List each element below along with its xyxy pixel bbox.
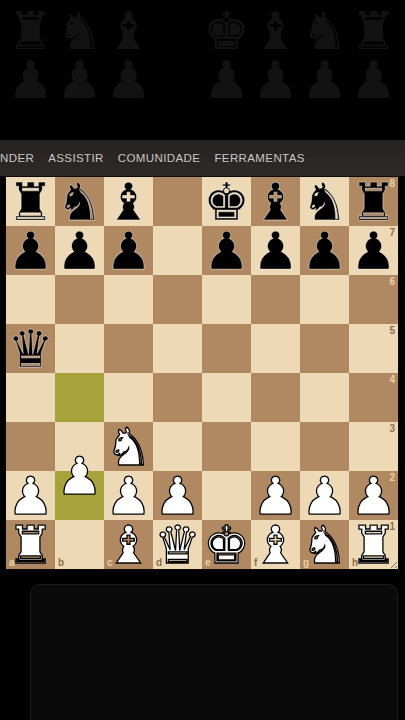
rank-label: 4 <box>389 374 395 385</box>
ghost-cell: ♜ <box>349 6 398 55</box>
ghost-cell: ♟ <box>202 55 251 104</box>
ghost-cell: ♚ <box>202 6 251 55</box>
ghost-cell: ♟ <box>104 55 153 104</box>
square-c6[interactable] <box>104 275 153 324</box>
nav-item-ferramentas[interactable]: FERRAMENTAS <box>214 152 304 164</box>
rank-label: 8 <box>389 178 395 189</box>
piece-white-pawn[interactable]: ♟ <box>300 471 349 520</box>
piece-black-pawn[interactable]: ♟ <box>55 226 104 275</box>
ghost-piece-bishop: ♝ <box>252 5 299 57</box>
rank-label: 3 <box>389 423 395 434</box>
square-e2[interactable] <box>202 471 251 520</box>
ghost-piece-king: ♚ <box>203 5 250 57</box>
square-d7[interactable] <box>153 226 202 275</box>
square-b4[interactable] <box>55 373 104 422</box>
square-h2[interactable]: ♟2 <box>349 471 398 520</box>
piece-white-knight[interactable]: ♞ <box>104 422 153 471</box>
square-d3[interactable] <box>153 422 202 471</box>
piece-black-pawn[interactable]: ♟ <box>6 226 55 275</box>
ghost-cell: ♞ <box>55 6 104 55</box>
ghost-cell: ♟ <box>55 55 104 104</box>
rank-label: 1 <box>389 521 395 532</box>
square-a3[interactable] <box>6 422 55 471</box>
square-b8[interactable]: ♞ <box>55 177 104 226</box>
square-e4[interactable] <box>202 373 251 422</box>
ghost-piece-pawn: ♟ <box>56 54 103 106</box>
nav-item-assistir[interactable]: ASSISTIR <box>48 152 104 164</box>
square-f4[interactable] <box>251 373 300 422</box>
square-d6[interactable] <box>153 275 202 324</box>
ghost-piece-knight: ♞ <box>301 5 348 57</box>
ghost-cell: ♟ <box>6 55 55 104</box>
square-g2[interactable]: ♟ <box>300 471 349 520</box>
square-c3[interactable]: ♞ <box>104 422 153 471</box>
ghost-cell: ♝ <box>251 6 300 55</box>
rank-label: 2 <box>389 472 395 483</box>
square-d1[interactable]: ♛d <box>153 520 202 569</box>
piece-black-pawn[interactable]: ♟ <box>202 226 251 275</box>
ghost-piece-pawn: ♟ <box>105 54 152 106</box>
square-b1[interactable]: b <box>55 520 104 569</box>
square-h6[interactable]: 6 <box>349 275 398 324</box>
square-d5[interactable] <box>153 324 202 373</box>
square-f5[interactable] <box>251 324 300 373</box>
square-c8[interactable]: ♝ <box>104 177 153 226</box>
square-d4[interactable] <box>153 373 202 422</box>
square-a1[interactable]: ♜a <box>6 520 55 569</box>
square-e8[interactable]: ♚ <box>202 177 251 226</box>
square-c4[interactable] <box>104 373 153 422</box>
file-label: c <box>107 557 113 568</box>
nav-item-nder[interactable]: NDER <box>0 152 34 164</box>
ghost-cell <box>153 6 202 55</box>
square-b7[interactable]: ♟ <box>55 226 104 275</box>
ghost-piece-pawn: ♟ <box>350 54 397 106</box>
ghost-piece-pawn: ♟ <box>252 54 299 106</box>
square-a8[interactable]: ♜ <box>6 177 55 226</box>
square-h7[interactable]: ♟7 <box>349 226 398 275</box>
rank-label: 7 <box>389 227 395 238</box>
square-g3[interactable] <box>300 422 349 471</box>
ghost-cell: ♝ <box>104 6 153 55</box>
square-b2[interactable]: ♟ <box>55 471 104 520</box>
file-label: g <box>303 557 309 568</box>
square-a2[interactable]: ♟ <box>6 471 55 520</box>
ghost-cell <box>153 55 202 104</box>
square-a6[interactable] <box>6 275 55 324</box>
piece-black-king[interactable]: ♚ <box>202 177 251 226</box>
piece-white-pawn[interactable]: ♟ <box>104 471 153 520</box>
rank-label: 6 <box>389 276 395 287</box>
piece-black-queen[interactable]: ♛ <box>6 324 55 373</box>
square-f7[interactable]: ♟ <box>251 226 300 275</box>
square-a5[interactable]: ♛ <box>6 324 55 373</box>
ghost-piece-rook: ♜ <box>350 5 397 57</box>
square-g1[interactable]: ♞g <box>300 520 349 569</box>
file-label: f <box>254 557 257 568</box>
file-label: b <box>58 557 64 568</box>
piece-black-bishop[interactable]: ♝ <box>104 177 153 226</box>
piece-white-pawn[interactable]: ♟ <box>55 451 104 500</box>
square-a7[interactable]: ♟ <box>6 226 55 275</box>
square-b5[interactable] <box>55 324 104 373</box>
square-h8[interactable]: ♜8 <box>349 177 398 226</box>
square-h3[interactable]: 3 <box>349 422 398 471</box>
video-frame: ♜♞♝♚♝♞♜♟♟♟♟♟♟♟ NDERASSISTIRCOMUNIDADEFER… <box>0 0 405 720</box>
piece-black-pawn[interactable]: ♟ <box>300 226 349 275</box>
ghost-cell: ♜ <box>6 6 55 55</box>
square-f6[interactable] <box>251 275 300 324</box>
square-e7[interactable]: ♟ <box>202 226 251 275</box>
square-a4[interactable] <box>6 373 55 422</box>
bottom-panel-edge <box>30 584 398 720</box>
square-e6[interactable] <box>202 275 251 324</box>
piece-black-rook[interactable]: ♜ <box>6 177 55 226</box>
square-d2[interactable]: ♟ <box>153 471 202 520</box>
square-e1[interactable]: ♚e <box>202 520 251 569</box>
piece-black-bishop[interactable]: ♝ <box>251 177 300 226</box>
square-f8[interactable]: ♝ <box>251 177 300 226</box>
nav-item-comunidade[interactable]: COMUNIDADE <box>118 152 201 164</box>
piece-white-pawn[interactable]: ♟ <box>251 471 300 520</box>
square-e5[interactable] <box>202 324 251 373</box>
square-c5[interactable] <box>104 324 153 373</box>
piece-black-knight[interactable]: ♞ <box>300 177 349 226</box>
ghost-cell: ♟ <box>251 55 300 104</box>
piece-black-knight[interactable]: ♞ <box>55 177 104 226</box>
piece-white-pawn[interactable]: ♟ <box>153 471 202 520</box>
ghost-piece-pawn: ♟ <box>7 54 54 106</box>
site-nav-bar: NDERASSISTIRCOMUNIDADEFERRAMENTAS <box>0 140 405 176</box>
chess-board[interactable]: ♜♞♝♚♝♞♜8♟♟♟♟♟♟♟76♛54♞3♟♟♟♟♟♟♟2♜ab♝c♛d♚e♝… <box>6 177 398 569</box>
ghost-piece-pawn: ♟ <box>301 54 348 106</box>
file-label: e <box>205 557 211 568</box>
ghost-cell: ♟ <box>300 55 349 104</box>
file-label: a <box>9 557 15 568</box>
square-g4[interactable] <box>300 373 349 422</box>
ghost-cell: ♟ <box>349 55 398 104</box>
square-c1[interactable]: ♝c <box>104 520 153 569</box>
square-f1[interactable]: ♝f <box>251 520 300 569</box>
square-g6[interactable] <box>300 275 349 324</box>
square-h5[interactable]: 5 <box>349 324 398 373</box>
square-g8[interactable]: ♞ <box>300 177 349 226</box>
square-c7[interactable]: ♟ <box>104 226 153 275</box>
square-f2[interactable]: ♟ <box>251 471 300 520</box>
ghost-piece-pawn: ♟ <box>203 54 250 106</box>
square-h1[interactable]: ♜1h <box>349 520 398 569</box>
square-d8[interactable] <box>153 177 202 226</box>
file-label: d <box>156 557 162 568</box>
square-b6[interactable] <box>55 275 104 324</box>
square-g5[interactable] <box>300 324 349 373</box>
ghost-header-board: ♜♞♝♚♝♞♜♟♟♟♟♟♟♟ <box>6 6 398 104</box>
square-g7[interactable]: ♟ <box>300 226 349 275</box>
ghost-cell: ♞ <box>300 6 349 55</box>
piece-white-bishop[interactable]: ♝ <box>251 520 300 569</box>
piece-white-pawn[interactable]: ♟ <box>6 471 55 520</box>
ghost-piece-bishop: ♝ <box>105 5 152 57</box>
square-f3[interactable] <box>251 422 300 471</box>
ghost-piece-rook: ♜ <box>7 5 54 57</box>
square-c2[interactable]: ♟ <box>104 471 153 520</box>
piece-black-pawn[interactable]: ♟ <box>251 226 300 275</box>
square-e3[interactable] <box>202 422 251 471</box>
square-h4[interactable]: 4 <box>349 373 398 422</box>
rank-label: 5 <box>389 325 395 336</box>
piece-black-pawn[interactable]: ♟ <box>104 226 153 275</box>
ghost-piece-knight: ♞ <box>56 5 103 57</box>
file-label: h <box>352 557 358 568</box>
